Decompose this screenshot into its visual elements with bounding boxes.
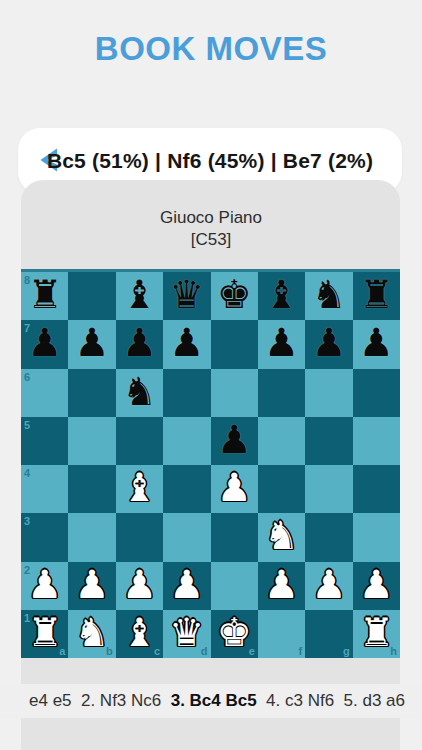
square-b7[interactable]: ♟ — [68, 320, 115, 368]
square-b1[interactable]: b♞ — [68, 610, 115, 658]
white-pawn-piece: ♟ — [217, 468, 252, 507]
chess-board: 8♜♝♛♚♝♞♜7♟♟♟♟♟♟♟6♞5♟4♝♟3♞2♟♟♟♟♟♟♟1a♜b♞c♝… — [21, 269, 400, 658]
square-h6[interactable] — [353, 369, 400, 417]
white-pawn-piece: ♟ — [75, 565, 110, 604]
black-pawn-piece: ♟ — [359, 323, 394, 362]
square-d4[interactable] — [163, 465, 210, 513]
white-knight-piece: ♞ — [264, 516, 299, 555]
move-list: e4 e52. Nf3 Nc63. Bc4 Bc54. c3 Nf65. d3 … — [0, 684, 422, 718]
square-a7[interactable]: 7♟ — [21, 320, 68, 368]
square-c1[interactable]: c♝ — [116, 610, 163, 658]
square-f1[interactable]: f — [258, 610, 305, 658]
square-g7[interactable]: ♟ — [305, 320, 352, 368]
square-c5[interactable] — [116, 417, 163, 465]
square-d5[interactable] — [163, 417, 210, 465]
rank-label: 5 — [24, 419, 30, 431]
square-b8[interactable] — [68, 272, 115, 320]
white-pawn-piece: ♟ — [27, 565, 62, 604]
square-f6[interactable] — [258, 369, 305, 417]
black-pawn-piece: ♟ — [169, 323, 204, 362]
black-knight-piece: ♞ — [122, 372, 157, 411]
square-h5[interactable] — [353, 417, 400, 465]
square-c8[interactable]: ♝ — [116, 272, 163, 320]
file-label: e — [249, 645, 255, 657]
file-label: h — [390, 645, 397, 657]
square-e3[interactable] — [211, 513, 258, 561]
square-g1[interactable]: g — [305, 610, 352, 658]
white-knight-piece: ♞ — [75, 613, 110, 652]
square-e8[interactable]: ♚ — [211, 272, 258, 320]
black-pawn-piece: ♟ — [217, 420, 252, 459]
square-h1[interactable]: h♜ — [353, 610, 400, 658]
square-g8[interactable]: ♞ — [305, 272, 352, 320]
black-pawn-piece: ♟ — [27, 323, 62, 362]
opening-info: Giuoco Piano [C53] — [0, 207, 422, 251]
rank-label: 3 — [24, 515, 30, 527]
square-h3[interactable] — [353, 513, 400, 561]
rank-label: 6 — [24, 371, 30, 383]
file-label: a — [59, 645, 65, 657]
square-b4[interactable] — [68, 465, 115, 513]
file-label: c — [154, 645, 160, 657]
square-c6[interactable]: ♞ — [116, 369, 163, 417]
black-pawn-piece: ♟ — [264, 323, 299, 362]
square-e6[interactable] — [211, 369, 258, 417]
move-group[interactable]: 3. Bc4 Bc5 — [171, 691, 257, 711]
white-rook-piece: ♜ — [27, 613, 62, 652]
black-bishop-piece: ♝ — [122, 275, 157, 314]
square-b3[interactable] — [68, 513, 115, 561]
move-group[interactable]: 5. d3 a6 — [344, 691, 405, 711]
black-rook-piece: ♜ — [27, 275, 62, 314]
square-f4[interactable] — [258, 465, 305, 513]
black-bishop-piece: ♝ — [264, 275, 299, 314]
screen: BOOK MOVES Bc5 (51%) | Nf6 (45%) | Be7 (… — [0, 0, 422, 750]
rank-label: 1 — [24, 612, 30, 624]
square-e2[interactable] — [211, 562, 258, 610]
square-e7[interactable] — [211, 320, 258, 368]
white-pawn-piece: ♟ — [311, 565, 346, 604]
black-pawn-piece: ♟ — [311, 323, 346, 362]
black-pawn-piece: ♟ — [122, 323, 157, 362]
square-c2[interactable]: ♟ — [116, 562, 163, 610]
square-d2[interactable]: ♟ — [163, 562, 210, 610]
black-rook-piece: ♜ — [359, 275, 394, 314]
square-c7[interactable]: ♟ — [116, 320, 163, 368]
move-group[interactable]: 4. c3 Nf6 — [266, 691, 334, 711]
square-d7[interactable]: ♟ — [163, 320, 210, 368]
square-h7[interactable]: ♟ — [353, 320, 400, 368]
opening-eco: [C53] — [0, 229, 422, 251]
square-e1[interactable]: e♚ — [211, 610, 258, 658]
square-g6[interactable] — [305, 369, 352, 417]
square-d3[interactable] — [163, 513, 210, 561]
square-a8[interactable]: 8♜ — [21, 272, 68, 320]
black-king-piece: ♚ — [217, 275, 252, 314]
rank-label: 4 — [24, 467, 30, 479]
square-b6[interactable] — [68, 369, 115, 417]
file-label: d — [201, 645, 208, 657]
square-d6[interactable] — [163, 369, 210, 417]
file-label: g — [343, 645, 350, 657]
page-title: BOOK MOVES — [0, 30, 422, 68]
square-d8[interactable]: ♛ — [163, 272, 210, 320]
square-a2[interactable]: 2♟ — [21, 562, 68, 610]
black-queen-piece: ♛ — [169, 275, 204, 314]
square-e4[interactable]: ♟ — [211, 465, 258, 513]
square-f5[interactable] — [258, 417, 305, 465]
file-label: b — [106, 645, 113, 657]
white-queen-piece: ♛ — [169, 613, 204, 652]
square-g4[interactable] — [305, 465, 352, 513]
square-g5[interactable] — [305, 417, 352, 465]
square-e5[interactable]: ♟ — [211, 417, 258, 465]
square-b5[interactable] — [68, 417, 115, 465]
square-a3[interactable]: 3 — [21, 513, 68, 561]
square-c3[interactable] — [116, 513, 163, 561]
square-d1[interactable]: d♛ — [163, 610, 210, 658]
square-b2[interactable]: ♟ — [68, 562, 115, 610]
square-g3[interactable] — [305, 513, 352, 561]
white-pawn-piece: ♟ — [359, 565, 394, 604]
white-rook-piece: ♜ — [359, 613, 394, 652]
square-h4[interactable] — [353, 465, 400, 513]
rank-label: 2 — [24, 564, 30, 576]
square-a6[interactable]: 6 — [21, 369, 68, 417]
square-f2[interactable]: ♟ — [258, 562, 305, 610]
white-pawn-piece: ♟ — [122, 565, 157, 604]
square-f8[interactable]: ♝ — [258, 272, 305, 320]
file-label: f — [299, 645, 303, 657]
rank-label: 7 — [24, 322, 30, 334]
square-g2[interactable]: ♟ — [305, 562, 352, 610]
white-king-piece: ♚ — [217, 613, 252, 652]
black-pawn-piece: ♟ — [75, 323, 110, 362]
square-a1[interactable]: 1a♜ — [21, 610, 68, 658]
move-group[interactable]: e4 e5 — [29, 691, 72, 711]
square-h2[interactable]: ♟ — [353, 562, 400, 610]
rank-label: 8 — [24, 274, 30, 286]
square-f3[interactable]: ♞ — [258, 513, 305, 561]
white-bishop-piece: ♝ — [122, 613, 157, 652]
square-a4[interactable]: 4 — [21, 465, 68, 513]
square-f7[interactable]: ♟ — [258, 320, 305, 368]
opening-name: Giuoco Piano — [0, 207, 422, 229]
black-knight-piece: ♞ — [311, 275, 346, 314]
square-h8[interactable]: ♜ — [353, 272, 400, 320]
white-bishop-piece: ♝ — [122, 468, 157, 507]
white-pawn-piece: ♟ — [169, 565, 204, 604]
white-pawn-piece: ♟ — [264, 565, 299, 604]
square-a5[interactable]: 5 — [21, 417, 68, 465]
move-group[interactable]: 2. Nf3 Nc6 — [81, 691, 161, 711]
square-c4[interactable]: ♝ — [116, 465, 163, 513]
